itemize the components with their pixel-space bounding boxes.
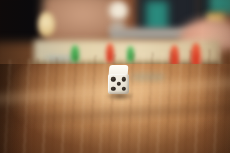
- die-pip: [121, 87, 125, 91]
- die-pip: [111, 87, 115, 91]
- board-game-photo: [0, 0, 230, 153]
- die-front-face: [108, 74, 129, 94]
- die: [108, 65, 129, 95]
- die-pip: [121, 77, 125, 81]
- die-pip: [116, 82, 120, 86]
- die-pip: [111, 77, 115, 81]
- teal-reflection: [132, 74, 164, 80]
